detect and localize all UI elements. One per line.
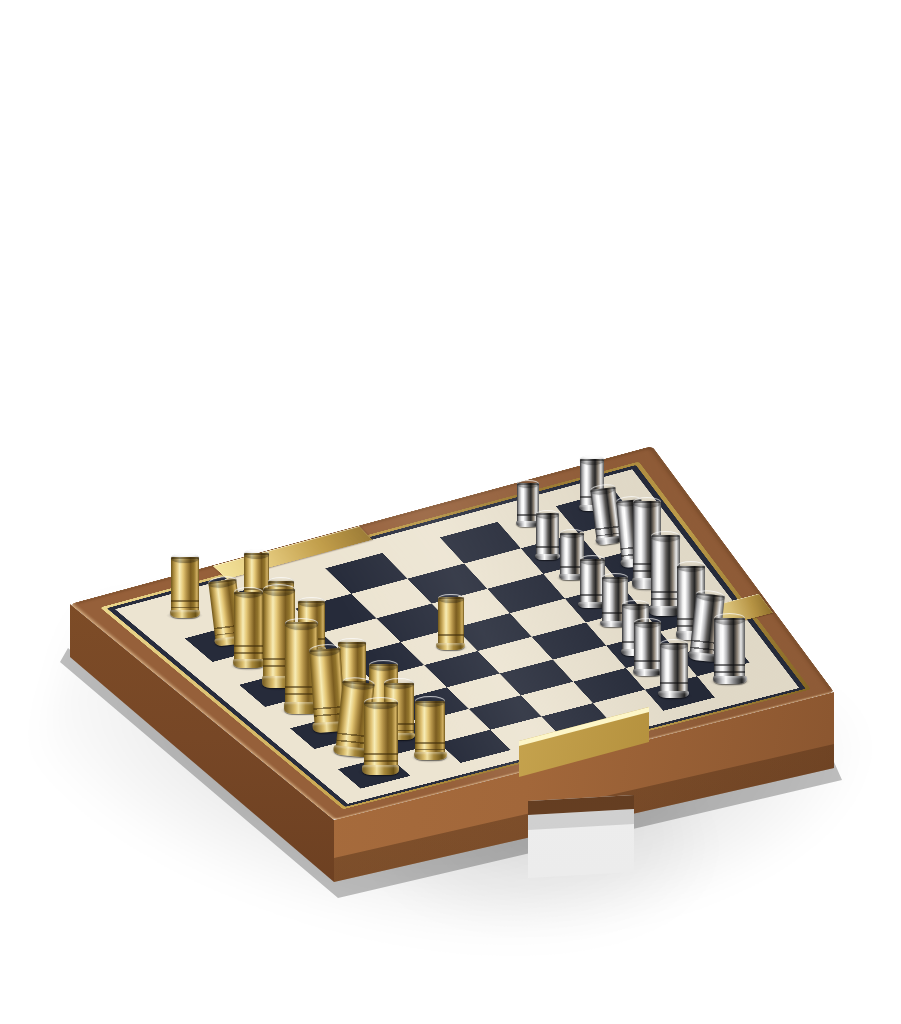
piece-black-rook-a8 — [714, 613, 745, 683]
cylinder-body — [364, 702, 398, 774]
piece-white-pawn-a2 — [415, 696, 445, 759]
cylinder-top — [634, 618, 661, 627]
cylinder-foot — [362, 765, 399, 774]
product-photo-stage — [0, 0, 901, 1024]
cylinder-top — [285, 618, 318, 629]
piece-white-rook-h1 — [171, 553, 199, 617]
cylinder-body — [415, 701, 445, 760]
cylinder-top — [633, 497, 661, 507]
cylinder-foot — [233, 659, 265, 669]
cylinder-top — [580, 555, 605, 564]
cylinder-foot — [713, 676, 747, 684]
cylinder-foot — [633, 669, 663, 676]
piece-black-pawn-a7 — [660, 639, 688, 697]
cylinder-top — [369, 660, 398, 670]
piece-black-queen-d8 — [651, 531, 680, 615]
cylinder-top — [660, 639, 688, 649]
cylinder-body — [171, 557, 199, 617]
piece-white-pawn-e4 — [438, 594, 464, 649]
cylinder-body — [660, 643, 688, 697]
piece-black-pawn-b7 — [634, 618, 661, 675]
cylinder-top — [651, 531, 680, 541]
cylinder-top — [364, 697, 398, 709]
cylinder-body — [714, 618, 745, 683]
cylinder-foot — [649, 606, 681, 616]
cylinder-top — [714, 613, 745, 624]
cylinder-top — [298, 597, 325, 606]
piece-white-bishop-f1 — [234, 587, 263, 667]
cylinder-foot — [535, 554, 560, 560]
piece-black-pawn-g7 — [536, 510, 559, 559]
cylinder-foot — [436, 643, 465, 650]
piece-white-rook-a1 — [364, 697, 398, 774]
cylinder-top — [244, 549, 269, 558]
cylinder-foot — [414, 752, 447, 760]
cylinder-foot — [658, 691, 689, 698]
cylinder-top — [536, 510, 559, 518]
cylinder-top — [677, 561, 705, 571]
cylinder-top — [263, 584, 295, 595]
cylinder-body — [536, 513, 559, 559]
cylinder-body — [634, 622, 661, 675]
cylinder-body — [234, 592, 263, 668]
cylinder-body — [438, 597, 464, 648]
cylinder-foot — [170, 610, 201, 618]
cylinder-top — [602, 573, 628, 582]
cylinder-body — [651, 535, 680, 615]
cylinder-top — [580, 455, 604, 463]
